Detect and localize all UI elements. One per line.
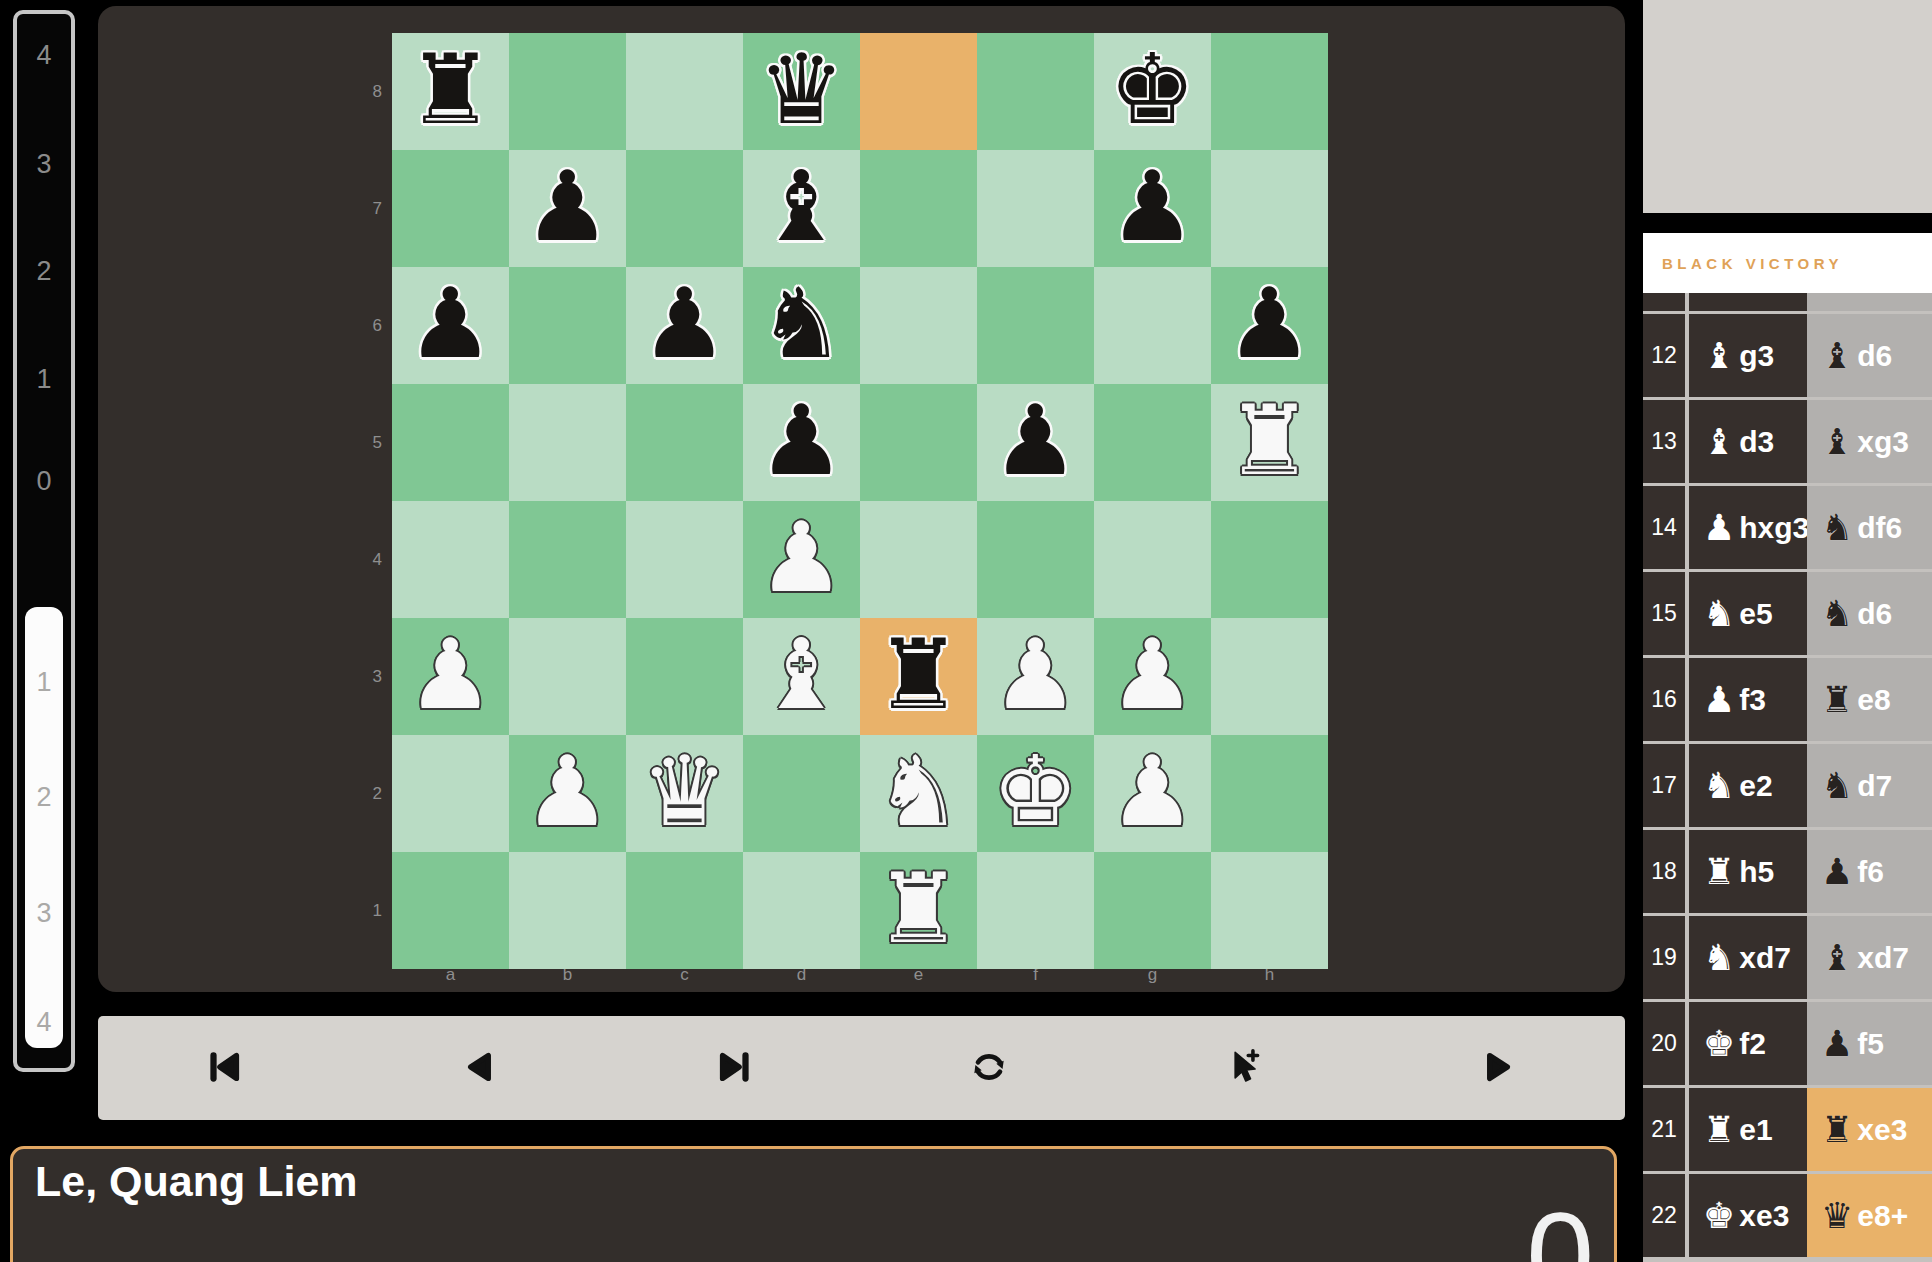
square-a5[interactable] xyxy=(392,384,509,501)
skip-to-start-icon xyxy=(202,1044,248,1093)
result-banner-text: BLACK VICTORY xyxy=(1662,255,1843,272)
step-back-icon xyxy=(457,1044,503,1093)
move-row-17: 17♞e2♞d7 xyxy=(1643,744,1932,827)
move-18-black[interactable]: ♟f6 xyxy=(1807,830,1932,913)
move-13-black[interactable]: ♝xg3 xyxy=(1807,400,1932,483)
move-row-16: 16♟f3♜e8 xyxy=(1643,658,1932,741)
move-number-14: 14 xyxy=(1643,486,1685,569)
black-piece-g8: ♚ xyxy=(1094,33,1211,147)
move-row-22: 22♚xe3♛e8+ xyxy=(1643,1174,1932,1257)
move-row-partial xyxy=(1643,293,1932,311)
square-c1[interactable] xyxy=(626,852,743,969)
black-piece-icon: ♜ xyxy=(1821,682,1853,718)
square-c7[interactable] xyxy=(626,150,743,267)
square-d1[interactable] xyxy=(743,852,860,969)
white-piece-d4: ♟ xyxy=(743,501,860,615)
square-h1[interactable] xyxy=(1211,852,1328,969)
square-a6[interactable]: ♟ xyxy=(392,267,509,384)
evaluation-bar-white-segment: 1234 xyxy=(25,607,63,1048)
move-text: e5 xyxy=(1739,597,1772,631)
step-back-button[interactable] xyxy=(448,1036,512,1100)
black-piece-icon: ♝ xyxy=(1821,338,1853,374)
square-f6[interactable] xyxy=(977,267,1094,384)
square-b4[interactable] xyxy=(509,501,626,618)
move-text: d3 xyxy=(1739,425,1774,459)
white-piece-a3: ♟ xyxy=(392,618,509,732)
move-number-12: 12 xyxy=(1643,314,1685,397)
player-name: Le, Quang Liem xyxy=(35,1157,358,1206)
move-number-13: 13 xyxy=(1643,400,1685,483)
chess-board: ♜♛♚♟♝♟♟♟♞♟♟♟♜♟♟♝♜♟♟♟♛♞♚♟♜ xyxy=(392,33,1328,969)
white-piece-icon: ♜ xyxy=(1703,1112,1735,1148)
move-number-16: 16 xyxy=(1643,658,1685,741)
step-forward-button[interactable] xyxy=(1466,1036,1530,1100)
move-20-white[interactable]: ♚f2 xyxy=(1689,1002,1807,1085)
rank-label-4: 4 xyxy=(350,501,382,618)
eval-scale-white-2: 2 xyxy=(25,783,63,811)
black-piece-icon: ♞ xyxy=(1821,768,1853,804)
rank-label-3: 3 xyxy=(350,618,382,735)
skip-to-end-icon xyxy=(711,1044,757,1093)
add-arrow-cursor-button[interactable] xyxy=(1211,1036,1275,1100)
white-piece-icon: ♝ xyxy=(1703,424,1735,460)
flip-board-button[interactable] xyxy=(957,1036,1021,1100)
eval-scale-0: 0 xyxy=(17,467,71,495)
white-piece-icon: ♟ xyxy=(1703,510,1735,546)
square-e6[interactable] xyxy=(860,267,977,384)
result-banner: BLACK VICTORY xyxy=(1643,233,1932,293)
move-text: e2 xyxy=(1739,769,1772,803)
square-a3[interactable]: ♟ xyxy=(392,618,509,735)
move-17-black[interactable]: ♞d7 xyxy=(1807,744,1932,827)
move-text: e8 xyxy=(1857,683,1890,717)
move-14-black[interactable]: ♞df6 xyxy=(1807,486,1932,569)
black-piece-icon: ♜ xyxy=(1821,1112,1853,1148)
move-text: f3 xyxy=(1739,683,1766,717)
square-b1[interactable] xyxy=(509,852,626,969)
white-piece-e1: ♜ xyxy=(860,852,977,966)
move-13-white[interactable]: ♝d3 xyxy=(1689,400,1807,483)
move-text: d6 xyxy=(1857,339,1892,373)
move-text: h5 xyxy=(1739,855,1774,889)
square-e8[interactable] xyxy=(860,33,977,150)
board-panel: 87654321 abcdefgh ♜♛♚♟♝♟♟♟♞♟♟♟♜♟♟♝♜♟♟♟♛♞… xyxy=(98,6,1625,992)
move-text: xg3 xyxy=(1857,425,1909,459)
square-a4[interactable] xyxy=(392,501,509,618)
square-d5[interactable]: ♟ xyxy=(743,384,860,501)
black-piece-d5: ♟ xyxy=(743,384,860,498)
square-e3[interactable]: ♜ xyxy=(860,618,977,735)
move-text: d7 xyxy=(1857,769,1892,803)
move-partial-black xyxy=(1807,293,1932,311)
move-row-15: 15♞e5♞d6 xyxy=(1643,572,1932,655)
square-e4[interactable] xyxy=(860,501,977,618)
move-text: xe3 xyxy=(1739,1199,1789,1233)
square-e2[interactable]: ♞ xyxy=(860,735,977,852)
square-f4[interactable] xyxy=(977,501,1094,618)
square-b3[interactable] xyxy=(509,618,626,735)
move-16-black[interactable]: ♜e8 xyxy=(1807,658,1932,741)
square-b8[interactable] xyxy=(509,33,626,150)
move-text: xd7 xyxy=(1857,941,1909,975)
move-number-22: 22 xyxy=(1643,1174,1685,1257)
move-text: df6 xyxy=(1857,511,1902,545)
move-text: g3 xyxy=(1739,339,1774,373)
square-d2[interactable] xyxy=(743,735,860,852)
move-19-black[interactable]: ♝xd7 xyxy=(1807,916,1932,999)
black-piece-icon: ♝ xyxy=(1821,940,1853,976)
white-piece-c2: ♛ xyxy=(626,735,743,849)
rank-label-6: 6 xyxy=(350,267,382,384)
move-row-13: 13♝d3♝xg3 xyxy=(1643,400,1932,483)
square-d4[interactable]: ♟ xyxy=(743,501,860,618)
move-text: xd7 xyxy=(1739,941,1791,975)
move-text: d6 xyxy=(1857,597,1892,631)
move-21-white[interactable]: ♜e1 xyxy=(1689,1088,1807,1171)
square-g7[interactable]: ♟ xyxy=(1094,150,1211,267)
move-12-white[interactable]: ♝g3 xyxy=(1689,314,1807,397)
square-b7[interactable]: ♟ xyxy=(509,150,626,267)
square-g2[interactable]: ♟ xyxy=(1094,735,1211,852)
square-f5[interactable]: ♟ xyxy=(977,384,1094,501)
black-piece-g7: ♟ xyxy=(1094,150,1211,264)
move-17-white[interactable]: ♞e2 xyxy=(1689,744,1807,827)
eval-scale-4: 4 xyxy=(17,41,71,69)
right-top-spacer xyxy=(1643,0,1932,213)
black-piece-d8: ♛ xyxy=(743,33,860,147)
move-15-white[interactable]: ♞e5 xyxy=(1689,572,1807,655)
move-row-19: 19♞xd7♝xd7 xyxy=(1643,916,1932,999)
square-h4[interactable] xyxy=(1211,501,1328,618)
black-piece-c6: ♟ xyxy=(626,267,743,381)
black-piece-icon: ♞ xyxy=(1821,510,1853,546)
square-g8[interactable]: ♚ xyxy=(1094,33,1211,150)
black-piece-b7: ♟ xyxy=(509,150,626,264)
white-piece-icon: ♝ xyxy=(1703,338,1735,374)
square-d7[interactable]: ♝ xyxy=(743,150,860,267)
square-g5[interactable] xyxy=(1094,384,1211,501)
skip-to-end-button[interactable] xyxy=(702,1036,766,1100)
chess-viewer-app: 1234 43210 87654321 abcdefgh ♜♛♚♟♝♟♟♟♞♟♟… xyxy=(0,0,1932,1262)
move-partial-white xyxy=(1689,293,1807,311)
black-piece-a6: ♟ xyxy=(392,267,509,381)
skip-to-start-button[interactable] xyxy=(193,1036,257,1100)
square-c8[interactable] xyxy=(626,33,743,150)
square-f2[interactable]: ♚ xyxy=(977,735,1094,852)
black-piece-d6: ♞ xyxy=(743,267,860,381)
move-number-21: 21 xyxy=(1643,1088,1685,1171)
square-c3[interactable] xyxy=(626,618,743,735)
move-number-partial xyxy=(1643,293,1685,311)
eval-scale-1: 1 xyxy=(17,365,71,393)
white-piece-e2: ♞ xyxy=(860,735,977,849)
move-21-black[interactable]: ♜xe3 xyxy=(1807,1088,1932,1171)
white-piece-g2: ♟ xyxy=(1094,735,1211,849)
square-h8[interactable] xyxy=(1211,33,1328,150)
square-b2[interactable]: ♟ xyxy=(509,735,626,852)
move-text: f6 xyxy=(1857,855,1884,889)
white-piece-d3: ♝ xyxy=(743,618,860,732)
move-number-20: 20 xyxy=(1643,1002,1685,1085)
player-panel: Le, Quang Liem 0 xyxy=(10,1146,1617,1262)
square-a1[interactable] xyxy=(392,852,509,969)
white-piece-g3: ♟ xyxy=(1094,618,1211,732)
move-number-15: 15 xyxy=(1643,572,1685,655)
rank-label-5: 5 xyxy=(350,384,382,501)
square-f7[interactable] xyxy=(977,150,1094,267)
move-row-18: 18♜h5♟f6 xyxy=(1643,830,1932,913)
move-text: f5 xyxy=(1857,1027,1884,1061)
square-g4[interactable] xyxy=(1094,501,1211,618)
square-f3[interactable]: ♟ xyxy=(977,618,1094,735)
cursor-plus-icon xyxy=(1220,1044,1266,1093)
flip-board-icon xyxy=(966,1044,1012,1093)
square-h7[interactable] xyxy=(1211,150,1328,267)
white-piece-icon: ♚ xyxy=(1703,1198,1735,1234)
rank-label-7: 7 xyxy=(350,150,382,267)
playback-controls xyxy=(98,1016,1625,1120)
player-score: 0 xyxy=(1526,1195,1594,1262)
black-piece-f5: ♟ xyxy=(977,384,1094,498)
move-row-20: 20♚f2♟f5 xyxy=(1643,1002,1932,1085)
black-piece-icon: ♝ xyxy=(1821,424,1853,460)
move-number-18: 18 xyxy=(1643,830,1685,913)
move-text: xe3 xyxy=(1857,1113,1907,1147)
move-text: f2 xyxy=(1739,1027,1766,1061)
move-15-black[interactable]: ♞d6 xyxy=(1807,572,1932,655)
move-row-12: 12♝g3♝d6 xyxy=(1643,314,1932,397)
rank-label-2: 2 xyxy=(350,735,382,852)
square-d3[interactable]: ♝ xyxy=(743,618,860,735)
move-row-21: 21♜e1♜xe3 xyxy=(1643,1088,1932,1171)
black-piece-icon: ♞ xyxy=(1821,596,1853,632)
white-piece-icon: ♟ xyxy=(1703,682,1735,718)
move-number-17: 17 xyxy=(1643,744,1685,827)
square-e5[interactable] xyxy=(860,384,977,501)
move-12-black[interactable]: ♝d6 xyxy=(1807,314,1932,397)
white-piece-b2: ♟ xyxy=(509,735,626,849)
white-piece-icon: ♞ xyxy=(1703,596,1735,632)
square-d8[interactable]: ♛ xyxy=(743,33,860,150)
square-g1[interactable] xyxy=(1094,852,1211,969)
square-a8[interactable]: ♜ xyxy=(392,33,509,150)
rank-label-1: 1 xyxy=(350,852,382,969)
move-16-white[interactable]: ♟f3 xyxy=(1689,658,1807,741)
square-h3[interactable] xyxy=(1211,618,1328,735)
black-piece-d7: ♝ xyxy=(743,150,860,264)
move-18-white[interactable]: ♜h5 xyxy=(1689,830,1807,913)
square-a7[interactable] xyxy=(392,150,509,267)
move-text: hxg3 xyxy=(1739,511,1809,545)
move-14-white[interactable]: ♟hxg3 xyxy=(1689,486,1807,569)
square-d6[interactable]: ♞ xyxy=(743,267,860,384)
step-forward-icon xyxy=(1475,1044,1521,1093)
square-c6[interactable]: ♟ xyxy=(626,267,743,384)
white-piece-f2: ♚ xyxy=(977,735,1094,849)
square-b5[interactable] xyxy=(509,384,626,501)
move-text: e8+ xyxy=(1857,1199,1908,1233)
eval-scale-white-1: 1 xyxy=(25,668,63,696)
white-piece-icon: ♞ xyxy=(1703,940,1735,976)
square-g6[interactable] xyxy=(1094,267,1211,384)
move-22-white[interactable]: ♚xe3 xyxy=(1689,1174,1807,1257)
evaluation-bar: 1234 43210 xyxy=(13,10,75,1072)
white-piece-icon: ♚ xyxy=(1703,1026,1735,1062)
black-piece-h6: ♟ xyxy=(1211,267,1328,381)
square-c4[interactable] xyxy=(626,501,743,618)
square-e1[interactable]: ♜ xyxy=(860,852,977,969)
white-piece-h5: ♜ xyxy=(1211,384,1328,498)
square-f8[interactable] xyxy=(977,33,1094,150)
square-e7[interactable] xyxy=(860,150,977,267)
square-a2[interactable] xyxy=(392,735,509,852)
move-22-black[interactable]: ♛e8+ xyxy=(1807,1174,1932,1257)
black-piece-icon: ♟ xyxy=(1821,854,1853,890)
square-f1[interactable] xyxy=(977,852,1094,969)
square-h6[interactable]: ♟ xyxy=(1211,267,1328,384)
move-number-19: 19 xyxy=(1643,916,1685,999)
square-h5[interactable]: ♜ xyxy=(1211,384,1328,501)
white-piece-icon: ♞ xyxy=(1703,768,1735,804)
square-b6[interactable] xyxy=(509,267,626,384)
move-19-white[interactable]: ♞xd7 xyxy=(1689,916,1807,999)
square-c2[interactable]: ♛ xyxy=(626,735,743,852)
rank-label-8: 8 xyxy=(350,33,382,150)
black-piece-a8: ♜ xyxy=(392,33,509,147)
eval-scale-3: 3 xyxy=(17,150,71,178)
black-piece-icon: ♟ xyxy=(1821,1026,1853,1062)
eval-scale-white-3: 3 xyxy=(25,899,63,927)
black-piece-icon: ♛ xyxy=(1821,1198,1853,1234)
square-g3[interactable]: ♟ xyxy=(1094,618,1211,735)
eval-scale-white-4: 4 xyxy=(25,1008,63,1036)
move-text: e1 xyxy=(1739,1113,1772,1147)
move-20-black[interactable]: ♟f5 xyxy=(1807,1002,1932,1085)
white-piece-f3: ♟ xyxy=(977,618,1094,732)
black-piece-e3: ♜ xyxy=(860,618,977,732)
move-list: 12♝g3♝d613♝d3♝xg314♟hxg3♞df615♞e5♞d616♟f… xyxy=(1643,293,1932,1262)
white-piece-icon: ♜ xyxy=(1703,854,1735,890)
eval-scale-2: 2 xyxy=(17,257,71,285)
move-row-14: 14♟hxg3♞df6 xyxy=(1643,486,1932,569)
square-h2[interactable] xyxy=(1211,735,1328,852)
square-c5[interactable] xyxy=(626,384,743,501)
